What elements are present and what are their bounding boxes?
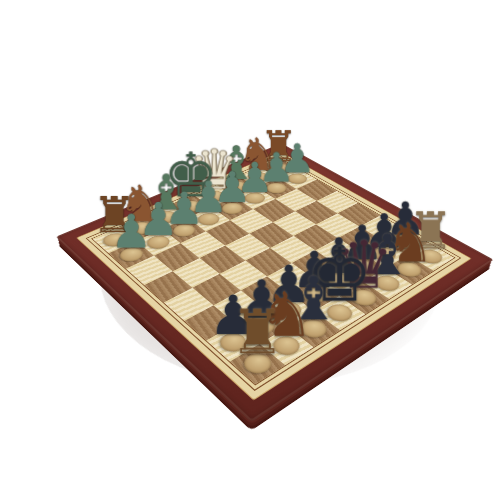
photo-scene: ♜♟♟♜♞♟♟♞♝♟♟♝♛♟♟♛♚♟♟♚♝♟♟♝♞♟♟♞♜♟♟♜: [0, 0, 500, 500]
board-squares-grid: ♜♟♟♜♞♟♟♞♝♟♟♝♛♟♟♛♚♟♟♚♝♟♟♝♞♟♟♞♜♟♟♜: [91, 158, 455, 386]
piece-base-d8: [347, 287, 381, 309]
square-h1: ♜: [93, 227, 137, 253]
piece-base-c8: [371, 273, 405, 294]
board-maple-margin: ♜♟♟♜♞♟♟♞♝♟♟♝♛♟♟♛♚♟♟♚♝♟♟♝♞♟♟♞♜♟♟♜: [78, 152, 471, 399]
piece-base-g1: [126, 220, 156, 237]
chess-board: ♜♟♟♜♞♟♟♞♝♟♟♝♛♟♟♛♚♟♟♚♝♟♟♝♞♟♟♞♜♟♟♜: [56, 143, 494, 422]
piece-base-d7: [322, 270, 355, 291]
white-king-e1: ♚: [159, 138, 223, 206]
white-rook-a1: ♜: [249, 105, 308, 168]
piece-base-h1: [99, 231, 129, 249]
square-h3: [126, 256, 172, 285]
square-b8: ♞: [386, 255, 434, 284]
piece-base-h8: [239, 350, 277, 378]
piece-base-h2: [116, 245, 147, 264]
chess-set-product-photo: ♜♟♟♜♞♟♟♞♝♟♟♝♛♟♟♛♚♟♟♚♝♟♟♝♞♟♟♞♜♟♟♜: [0, 0, 500, 500]
square-d8: ♛: [339, 282, 389, 314]
white-rook-h1: ♜: [80, 167, 149, 240]
piece-base-a8: [415, 247, 447, 266]
board-mahogany-frame: ♜♟♟♜♞♟♟♞♝♟♟♝♛♟♟♛♚♟♟♚♝♟♟♝♞♟♟♞♜♟♟♜: [56, 143, 494, 422]
